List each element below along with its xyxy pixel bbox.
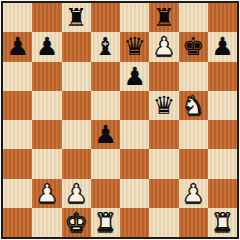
- square-g1[interactable]: [179, 208, 208, 237]
- square-b2[interactable]: ♟: [32, 179, 61, 208]
- square-e8[interactable]: [120, 3, 149, 32]
- square-a6[interactable]: [3, 62, 32, 91]
- square-c2[interactable]: ♟: [62, 179, 91, 208]
- square-h8[interactable]: [208, 3, 237, 32]
- square-d1[interactable]: ♜: [91, 208, 120, 237]
- piece-black-queen[interactable]: ♛: [123, 34, 145, 59]
- square-c8[interactable]: ♜: [62, 3, 91, 32]
- piece-black-pawn[interactable]: ♟: [36, 34, 58, 59]
- square-b3[interactable]: [32, 149, 61, 178]
- square-d8[interactable]: [91, 3, 120, 32]
- square-b7[interactable]: ♟: [32, 32, 61, 61]
- square-g7[interactable]: ♚: [179, 32, 208, 61]
- piece-black-pawn[interactable]: ♟: [123, 64, 145, 89]
- square-c7[interactable]: [62, 32, 91, 61]
- square-f1[interactable]: [149, 208, 178, 237]
- chess-board: ♜♜♟♟♝♛♟♚♟♟♛♞♟♟♟♟♚♜♜: [1, 1, 239, 239]
- square-b4[interactable]: [32, 120, 61, 149]
- piece-black-bishop[interactable]: ♝: [94, 34, 116, 59]
- square-f7[interactable]: ♟: [149, 32, 178, 61]
- piece-white-pawn[interactable]: ♟: [65, 181, 87, 206]
- piece-black-pawn[interactable]: ♟: [94, 122, 116, 147]
- piece-white-pawn[interactable]: ♟: [153, 34, 175, 59]
- square-g4[interactable]: [179, 120, 208, 149]
- piece-black-pawn[interactable]: ♟: [6, 34, 28, 59]
- square-g3[interactable]: [179, 149, 208, 178]
- square-f2[interactable]: [149, 179, 178, 208]
- square-e6[interactable]: ♟: [120, 62, 149, 91]
- square-g5[interactable]: ♞: [179, 91, 208, 120]
- square-h7[interactable]: ♟: [208, 32, 237, 61]
- square-e3[interactable]: [120, 149, 149, 178]
- board-frame: ♜♜♟♟♝♛♟♚♟♟♛♞♟♟♟♟♚♜♜: [0, 0, 240, 240]
- square-h4[interactable]: [208, 120, 237, 149]
- square-d4[interactable]: ♟: [91, 120, 120, 149]
- square-d6[interactable]: [91, 62, 120, 91]
- square-g2[interactable]: ♟: [179, 179, 208, 208]
- square-b6[interactable]: [32, 62, 61, 91]
- piece-black-rook[interactable]: ♜: [65, 5, 87, 30]
- square-e2[interactable]: [120, 179, 149, 208]
- square-b1[interactable]: [32, 208, 61, 237]
- square-a7[interactable]: ♟: [3, 32, 32, 61]
- square-e4[interactable]: [120, 120, 149, 149]
- square-b5[interactable]: [32, 91, 61, 120]
- square-a8[interactable]: [3, 3, 32, 32]
- square-d2[interactable]: [91, 179, 120, 208]
- square-h1[interactable]: ♜: [208, 208, 237, 237]
- square-f8[interactable]: ♜: [149, 3, 178, 32]
- square-h2[interactable]: [208, 179, 237, 208]
- piece-white-pawn[interactable]: ♟: [36, 181, 58, 206]
- square-e1[interactable]: [120, 208, 149, 237]
- piece-black-queen[interactable]: ♛: [153, 93, 175, 118]
- square-a4[interactable]: [3, 120, 32, 149]
- piece-black-pawn[interactable]: ♟: [211, 34, 233, 59]
- square-a1[interactable]: [3, 208, 32, 237]
- square-f4[interactable]: [149, 120, 178, 149]
- square-g8[interactable]: [179, 3, 208, 32]
- square-f3[interactable]: [149, 149, 178, 178]
- square-c6[interactable]: [62, 62, 91, 91]
- square-f6[interactable]: [149, 62, 178, 91]
- piece-black-rook[interactable]: ♜: [153, 5, 175, 30]
- square-c1[interactable]: ♚: [62, 208, 91, 237]
- piece-white-king[interactable]: ♚: [65, 210, 87, 235]
- square-d3[interactable]: [91, 149, 120, 178]
- square-c5[interactable]: [62, 91, 91, 120]
- square-f5[interactable]: ♛: [149, 91, 178, 120]
- piece-white-rook[interactable]: ♜: [211, 210, 233, 235]
- square-e5[interactable]: [120, 91, 149, 120]
- square-d7[interactable]: ♝: [91, 32, 120, 61]
- square-h3[interactable]: [208, 149, 237, 178]
- piece-black-king[interactable]: ♚: [182, 34, 204, 59]
- square-b8[interactable]: [32, 3, 61, 32]
- square-g6[interactable]: [179, 62, 208, 91]
- square-c4[interactable]: [62, 120, 91, 149]
- square-a5[interactable]: [3, 91, 32, 120]
- square-d5[interactable]: [91, 91, 120, 120]
- square-a3[interactable]: [3, 149, 32, 178]
- square-c3[interactable]: [62, 149, 91, 178]
- piece-white-pawn[interactable]: ♟: [182, 181, 204, 206]
- square-h6[interactable]: [208, 62, 237, 91]
- piece-white-knight[interactable]: ♞: [182, 93, 204, 118]
- square-e7[interactable]: ♛: [120, 32, 149, 61]
- square-a2[interactable]: [3, 179, 32, 208]
- square-h5[interactable]: [208, 91, 237, 120]
- piece-white-rook[interactable]: ♜: [94, 210, 116, 235]
